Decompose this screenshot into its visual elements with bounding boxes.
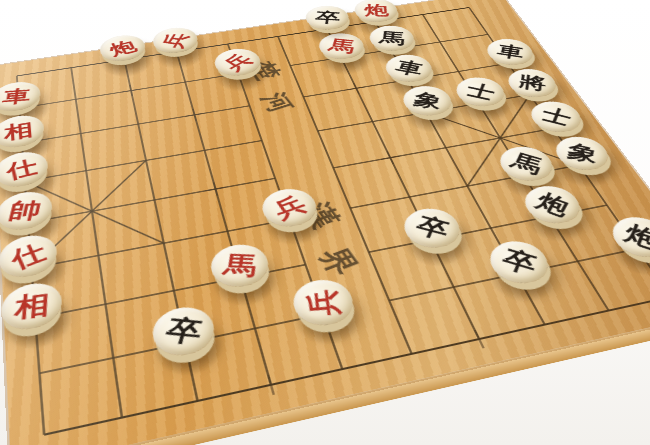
- piece-character: 兵: [269, 193, 310, 222]
- piece-character: 士: [464, 81, 497, 102]
- piece-character: 馬: [508, 151, 545, 177]
- piece-character: 兵: [159, 31, 192, 49]
- piece-character: 象: [411, 90, 443, 111]
- piece-character: 仕: [4, 156, 39, 182]
- piece-character: 卒: [314, 10, 341, 25]
- piece-character: 仕: [7, 240, 48, 272]
- xiangqi-photo-scene: 楚 河 漢 界 車相仕帥仕相炮兵兵馬炮馬兵兵卒馬車車將士象士象馬炮卒卒炮卒: [0, 0, 650, 445]
- piece-character: 馬: [378, 30, 405, 46]
- xiangqi-board[interactable]: 楚 河 漢 界 車相仕帥仕相炮兵兵馬炮馬兵兵卒馬車車將士象士象馬炮卒卒炮卒: [0, 0, 650, 445]
- piece-character: 相: [4, 120, 34, 142]
- piece-character: 車: [393, 58, 425, 77]
- piece-character: 車: [1, 87, 31, 106]
- piece-character: 車: [495, 43, 524, 61]
- piece-character: 兵: [305, 288, 342, 316]
- piece-disc: 象: [548, 133, 617, 173]
- piece-character: 士: [539, 105, 573, 128]
- piece-character: 馬: [327, 37, 356, 54]
- piece-character: 炮: [621, 221, 650, 252]
- pieces-layer: 車相仕帥仕相炮兵兵馬炮馬兵兵卒馬車車將士象士象馬炮卒卒炮卒: [0, 0, 650, 445]
- piece-character: 卒: [162, 316, 204, 347]
- piece-character: 帥: [6, 199, 42, 222]
- piece-character: 炮: [363, 4, 388, 17]
- piece-character: 卒: [412, 213, 451, 242]
- piece-character: 卒: [499, 246, 539, 278]
- piece-disc: 馬: [207, 240, 274, 291]
- piece-character: 兵: [219, 51, 256, 73]
- piece-character: 將: [517, 73, 546, 92]
- piece-character: 馬: [221, 253, 257, 279]
- piece-character: 炮: [532, 190, 572, 219]
- piece-character: 象: [565, 141, 598, 165]
- piece-character: 相: [13, 291, 50, 321]
- piece-character: 炮: [107, 38, 139, 58]
